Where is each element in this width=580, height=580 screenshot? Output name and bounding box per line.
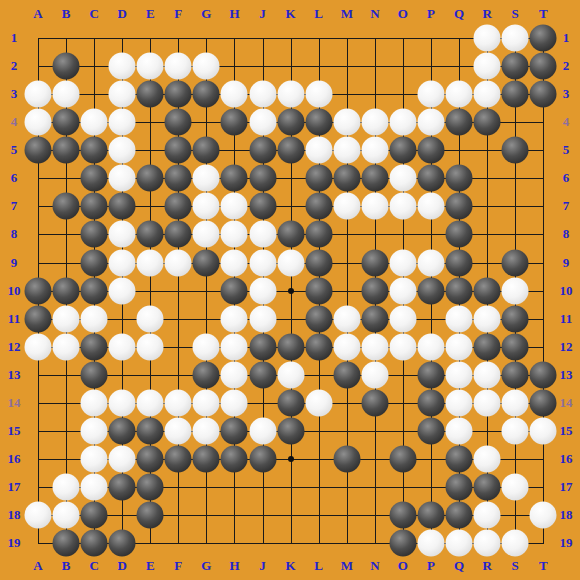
stone-white-G14[interactable]: [193, 389, 220, 416]
hoshi-point-K10: [288, 288, 294, 294]
row-label-right: 7: [563, 198, 570, 214]
row-label-left: 9: [11, 255, 18, 271]
row-label-left: 15: [8, 423, 21, 439]
stone-black-A5[interactable]: [25, 137, 52, 164]
stone-white-D3[interactable]: [109, 81, 136, 108]
stone-black-L9[interactable]: [305, 249, 332, 276]
stone-black-H4[interactable]: [221, 109, 248, 136]
stone-white-R2[interactable]: [474, 53, 501, 80]
stone-black-S3[interactable]: [502, 81, 529, 108]
stone-white-O11[interactable]: [389, 305, 416, 332]
column-label-top: D: [118, 6, 127, 22]
stone-white-P3[interactable]: [417, 81, 444, 108]
stone-black-B10[interactable]: [53, 277, 80, 304]
stone-white-C11[interactable]: [81, 305, 108, 332]
stone-black-J6[interactable]: [249, 165, 276, 192]
stone-white-C15[interactable]: [81, 417, 108, 444]
stone-black-S9[interactable]: [502, 249, 529, 276]
stone-white-S17[interactable]: [502, 474, 529, 501]
stone-black-D17[interactable]: [109, 474, 136, 501]
stone-white-S14[interactable]: [502, 389, 529, 416]
stone-black-F5[interactable]: [165, 137, 192, 164]
stone-white-R1[interactable]: [474, 25, 501, 52]
stone-black-L12[interactable]: [305, 333, 332, 360]
stone-black-Q7[interactable]: [446, 193, 473, 220]
stone-white-D2[interactable]: [109, 53, 136, 80]
row-label-right: 11: [560, 311, 572, 327]
column-label-top: O: [398, 6, 408, 22]
row-label-left: 8: [11, 226, 18, 242]
row-label-left: 6: [11, 170, 18, 186]
stone-white-H3[interactable]: [221, 81, 248, 108]
stone-white-B12[interactable]: [53, 333, 80, 360]
stone-white-F15[interactable]: [165, 417, 192, 444]
stone-white-T15[interactable]: [530, 417, 557, 444]
row-label-left: 19: [8, 535, 21, 551]
stone-white-P9[interactable]: [417, 249, 444, 276]
stone-black-P14[interactable]: [417, 389, 444, 416]
stone-white-H13[interactable]: [221, 361, 248, 388]
stone-black-H15[interactable]: [221, 417, 248, 444]
stone-black-E3[interactable]: [137, 81, 164, 108]
column-label-top: F: [174, 6, 182, 22]
stone-black-F7[interactable]: [165, 193, 192, 220]
stone-black-S12[interactable]: [502, 333, 529, 360]
stone-black-Q6[interactable]: [446, 165, 473, 192]
stone-black-F3[interactable]: [165, 81, 192, 108]
row-label-left: 11: [8, 311, 20, 327]
stone-black-A10[interactable]: [25, 277, 52, 304]
stone-black-G13[interactable]: [193, 361, 220, 388]
stone-white-D4[interactable]: [109, 109, 136, 136]
stone-white-O6[interactable]: [389, 165, 416, 192]
stone-black-B5[interactable]: [53, 137, 80, 164]
row-label-right: 12: [560, 339, 573, 355]
stone-white-B17[interactable]: [53, 474, 80, 501]
stone-black-A11[interactable]: [25, 305, 52, 332]
column-label-bottom: O: [398, 558, 408, 574]
stone-white-D5[interactable]: [109, 137, 136, 164]
stone-white-M4[interactable]: [333, 109, 360, 136]
stone-white-L5[interactable]: [305, 137, 332, 164]
stone-black-E8[interactable]: [137, 221, 164, 248]
row-label-left: 5: [11, 142, 18, 158]
stone-black-L4[interactable]: [305, 109, 332, 136]
stone-white-A4[interactable]: [25, 109, 52, 136]
stone-white-R19[interactable]: [474, 530, 501, 557]
stone-black-C10[interactable]: [81, 277, 108, 304]
stone-white-J15[interactable]: [249, 417, 276, 444]
row-label-right: 8: [563, 226, 570, 242]
stone-black-E6[interactable]: [137, 165, 164, 192]
stone-white-O4[interactable]: [389, 109, 416, 136]
stone-black-G9[interactable]: [193, 249, 220, 276]
stone-white-F14[interactable]: [165, 389, 192, 416]
stone-white-A3[interactable]: [25, 81, 52, 108]
stone-black-K8[interactable]: [277, 221, 304, 248]
stone-black-G5[interactable]: [193, 137, 220, 164]
stone-black-C7[interactable]: [81, 193, 108, 220]
stone-black-N9[interactable]: [361, 249, 388, 276]
stone-black-Q9[interactable]: [446, 249, 473, 276]
stone-white-D10[interactable]: [109, 277, 136, 304]
stone-white-Q15[interactable]: [446, 417, 473, 444]
stone-black-K12[interactable]: [277, 333, 304, 360]
stone-black-S11[interactable]: [502, 305, 529, 332]
stone-black-N10[interactable]: [361, 277, 388, 304]
stone-white-P12[interactable]: [417, 333, 444, 360]
column-label-bottom: G: [201, 558, 211, 574]
stone-black-P6[interactable]: [417, 165, 444, 192]
stone-white-N13[interactable]: [361, 361, 388, 388]
stone-black-O5[interactable]: [389, 137, 416, 164]
stone-black-O16[interactable]: [389, 446, 416, 473]
stone-black-P5[interactable]: [417, 137, 444, 164]
column-label-bottom: C: [89, 558, 98, 574]
stone-white-P4[interactable]: [417, 109, 444, 136]
row-label-left: 4: [11, 114, 18, 130]
stone-black-K4[interactable]: [277, 109, 304, 136]
column-label-top: C: [89, 6, 98, 22]
row-label-right: 5: [563, 142, 570, 158]
stone-black-N6[interactable]: [361, 165, 388, 192]
stone-black-L11[interactable]: [305, 305, 332, 332]
stone-black-E15[interactable]: [137, 417, 164, 444]
column-label-bottom: S: [512, 558, 519, 574]
stone-black-R10[interactable]: [474, 277, 501, 304]
stone-white-J4[interactable]: [249, 109, 276, 136]
stone-black-T14[interactable]: [530, 389, 557, 416]
stone-white-C17[interactable]: [81, 474, 108, 501]
stone-white-K9[interactable]: [277, 249, 304, 276]
stone-black-S13[interactable]: [502, 361, 529, 388]
stone-black-R12[interactable]: [474, 333, 501, 360]
column-label-top: P: [427, 6, 435, 22]
stone-black-H10[interactable]: [221, 277, 248, 304]
go-board: AABBCCDDEEFFGGHHJJKKLLMMNNOOPPQQRRSSTT11…: [0, 0, 580, 580]
stone-white-F2[interactable]: [165, 53, 192, 80]
stone-white-D9[interactable]: [109, 249, 136, 276]
stone-black-L7[interactable]: [305, 193, 332, 220]
stone-white-H9[interactable]: [221, 249, 248, 276]
stone-black-F8[interactable]: [165, 221, 192, 248]
stone-black-R17[interactable]: [474, 474, 501, 501]
stone-black-J5[interactable]: [249, 137, 276, 164]
row-label-left: 16: [8, 451, 21, 467]
stone-black-F4[interactable]: [165, 109, 192, 136]
stone-white-Q12[interactable]: [446, 333, 473, 360]
stone-white-J3[interactable]: [249, 81, 276, 108]
stone-white-Q11[interactable]: [446, 305, 473, 332]
row-label-right: 6: [563, 170, 570, 186]
column-label-bottom: K: [286, 558, 296, 574]
stone-black-M6[interactable]: [333, 165, 360, 192]
stone-white-D16[interactable]: [109, 446, 136, 473]
stone-black-N11[interactable]: [361, 305, 388, 332]
stone-black-S2[interactable]: [502, 53, 529, 80]
stone-black-B4[interactable]: [53, 109, 80, 136]
stone-black-F6[interactable]: [165, 165, 192, 192]
stone-black-T3[interactable]: [530, 81, 557, 108]
stone-white-O9[interactable]: [389, 249, 416, 276]
stone-black-D19[interactable]: [109, 530, 136, 557]
row-label-left: 2: [11, 58, 18, 74]
column-label-top: S: [512, 6, 519, 22]
stone-white-R11[interactable]: [474, 305, 501, 332]
stone-white-M11[interactable]: [333, 305, 360, 332]
stone-white-G15[interactable]: [193, 417, 220, 444]
stone-black-C6[interactable]: [81, 165, 108, 192]
stone-black-T2[interactable]: [530, 53, 557, 80]
stone-white-H14[interactable]: [221, 389, 248, 416]
stone-black-K5[interactable]: [277, 137, 304, 164]
stone-black-C5[interactable]: [81, 137, 108, 164]
column-label-bottom: H: [229, 558, 239, 574]
stone-white-Q19[interactable]: [446, 530, 473, 557]
stone-white-H7[interactable]: [221, 193, 248, 220]
stone-white-K13[interactable]: [277, 361, 304, 388]
stone-white-R13[interactable]: [474, 361, 501, 388]
row-label-left: 7: [11, 198, 18, 214]
column-label-top: M: [341, 6, 353, 22]
hoshi-point-K16: [288, 456, 294, 462]
stone-black-L6[interactable]: [305, 165, 332, 192]
stone-black-L10[interactable]: [305, 277, 332, 304]
stone-black-Q8[interactable]: [446, 221, 473, 248]
column-label-top: G: [201, 6, 211, 22]
stone-black-T1[interactable]: [530, 25, 557, 52]
column-label-top: H: [229, 6, 239, 22]
stone-white-G2[interactable]: [193, 53, 220, 80]
stone-white-B18[interactable]: [53, 502, 80, 529]
stone-white-R3[interactable]: [474, 81, 501, 108]
column-label-top: R: [482, 6, 491, 22]
row-label-left: 10: [8, 283, 21, 299]
stone-white-A18[interactable]: [25, 502, 52, 529]
stone-white-P7[interactable]: [417, 193, 444, 220]
stone-white-S1[interactable]: [502, 25, 529, 52]
column-label-bottom: B: [62, 558, 71, 574]
stone-white-F9[interactable]: [165, 249, 192, 276]
stone-black-P18[interactable]: [417, 502, 444, 529]
column-label-bottom: N: [370, 558, 379, 574]
stone-black-P13[interactable]: [417, 361, 444, 388]
stone-black-B2[interactable]: [53, 53, 80, 80]
column-label-top: Q: [454, 6, 464, 22]
stone-white-C14[interactable]: [81, 389, 108, 416]
stone-white-S15[interactable]: [502, 417, 529, 444]
stone-black-Q10[interactable]: [446, 277, 473, 304]
column-label-bottom: F: [174, 558, 182, 574]
stone-black-P10[interactable]: [417, 277, 444, 304]
stone-black-M16[interactable]: [333, 446, 360, 473]
row-label-right: 9: [563, 255, 570, 271]
column-label-bottom: E: [146, 558, 155, 574]
stone-black-J13[interactable]: [249, 361, 276, 388]
stone-white-O12[interactable]: [389, 333, 416, 360]
stone-white-T18[interactable]: [530, 502, 557, 529]
column-label-bottom: A: [33, 558, 42, 574]
stone-black-P15[interactable]: [417, 417, 444, 444]
row-label-right: 18: [560, 507, 573, 523]
column-label-top: N: [370, 6, 379, 22]
row-label-right: 15: [560, 423, 573, 439]
stone-white-M5[interactable]: [333, 137, 360, 164]
column-label-top: J: [259, 6, 266, 22]
stone-black-N14[interactable]: [361, 389, 388, 416]
stone-black-D15[interactable]: [109, 417, 136, 444]
column-label-bottom: M: [341, 558, 353, 574]
stone-white-N4[interactable]: [361, 109, 388, 136]
row-label-right: 2: [563, 58, 570, 74]
stone-white-H11[interactable]: [221, 305, 248, 332]
stone-black-M13[interactable]: [333, 361, 360, 388]
stone-white-M12[interactable]: [333, 333, 360, 360]
stone-black-F16[interactable]: [165, 446, 192, 473]
row-label-left: 1: [11, 30, 18, 46]
stone-white-G7[interactable]: [193, 193, 220, 220]
column-label-bottom: J: [259, 558, 266, 574]
stone-white-B3[interactable]: [53, 81, 80, 108]
stone-white-J11[interactable]: [249, 305, 276, 332]
stone-white-E14[interactable]: [137, 389, 164, 416]
row-label-left: 3: [11, 86, 18, 102]
column-label-bottom: T: [539, 558, 548, 574]
stone-black-R4[interactable]: [474, 109, 501, 136]
stone-black-H16[interactable]: [221, 446, 248, 473]
stone-white-J9[interactable]: [249, 249, 276, 276]
stone-black-B19[interactable]: [53, 530, 80, 557]
stone-white-S19[interactable]: [502, 530, 529, 557]
stone-white-H12[interactable]: [221, 333, 248, 360]
stone-white-C16[interactable]: [81, 446, 108, 473]
stone-white-D12[interactable]: [109, 333, 136, 360]
stone-black-J12[interactable]: [249, 333, 276, 360]
column-label-bottom: R: [482, 558, 491, 574]
stone-black-O18[interactable]: [389, 502, 416, 529]
stone-black-B7[interactable]: [53, 193, 80, 220]
row-label-right: 14: [560, 395, 573, 411]
stone-white-P19[interactable]: [417, 530, 444, 557]
column-label-top: B: [62, 6, 71, 22]
row-label-right: 10: [560, 283, 573, 299]
row-label-right: 16: [560, 451, 573, 467]
column-label-bottom: L: [314, 558, 323, 574]
stone-white-N12[interactable]: [361, 333, 388, 360]
column-label-top: T: [539, 6, 548, 22]
stone-white-C4[interactable]: [81, 109, 108, 136]
stone-white-A12[interactable]: [25, 333, 52, 360]
stone-black-J7[interactable]: [249, 193, 276, 220]
stone-black-C12[interactable]: [81, 333, 108, 360]
stone-black-Q17[interactable]: [446, 474, 473, 501]
stone-white-G6[interactable]: [193, 165, 220, 192]
row-label-left: 17: [8, 479, 21, 495]
stone-white-Q14[interactable]: [446, 389, 473, 416]
stone-white-M7[interactable]: [333, 193, 360, 220]
stone-white-N7[interactable]: [361, 193, 388, 220]
stone-white-D8[interactable]: [109, 221, 136, 248]
stone-white-E11[interactable]: [137, 305, 164, 332]
stone-white-Q3[interactable]: [446, 81, 473, 108]
stone-black-D7[interactable]: [109, 193, 136, 220]
stone-black-C18[interactable]: [81, 502, 108, 529]
row-label-right: 17: [560, 479, 573, 495]
stone-black-C9[interactable]: [81, 249, 108, 276]
stone-black-C13[interactable]: [81, 361, 108, 388]
column-label-bottom: Q: [454, 558, 464, 574]
stone-black-H6[interactable]: [221, 165, 248, 192]
stone-white-E2[interactable]: [137, 53, 164, 80]
stone-white-O10[interactable]: [389, 277, 416, 304]
column-label-top: A: [33, 6, 42, 22]
stone-white-J10[interactable]: [249, 277, 276, 304]
column-label-top: K: [286, 6, 296, 22]
row-label-left: 13: [8, 367, 21, 383]
stone-white-J8[interactable]: [249, 221, 276, 248]
column-label-bottom: D: [118, 558, 127, 574]
row-label-left: 18: [8, 507, 21, 523]
stone-black-C19[interactable]: [81, 530, 108, 557]
stone-white-N5[interactable]: [361, 137, 388, 164]
stone-white-O7[interactable]: [389, 193, 416, 220]
stone-black-J16[interactable]: [249, 446, 276, 473]
stone-white-D14[interactable]: [109, 389, 136, 416]
stone-black-G16[interactable]: [193, 446, 220, 473]
stone-white-E9[interactable]: [137, 249, 164, 276]
row-label-right: 4: [563, 114, 570, 130]
column-label-top: L: [314, 6, 323, 22]
stone-black-K14[interactable]: [277, 389, 304, 416]
stone-black-L8[interactable]: [305, 221, 332, 248]
grid-line-vertical: [543, 38, 544, 544]
stone-black-E16[interactable]: [137, 446, 164, 473]
stone-black-S5[interactable]: [502, 137, 529, 164]
stone-white-Q13[interactable]: [446, 361, 473, 388]
row-label-right: 19: [560, 535, 573, 551]
stone-white-R18[interactable]: [474, 502, 501, 529]
stone-black-Q18[interactable]: [446, 502, 473, 529]
stone-white-E12[interactable]: [137, 333, 164, 360]
stone-white-H8[interactable]: [221, 221, 248, 248]
stone-black-Q4[interactable]: [446, 109, 473, 136]
stone-white-L14[interactable]: [305, 389, 332, 416]
stone-black-K15[interactable]: [277, 417, 304, 444]
row-label-left: 12: [8, 339, 21, 355]
stone-white-S10[interactable]: [502, 277, 529, 304]
stone-white-R14[interactable]: [474, 389, 501, 416]
stone-white-L3[interactable]: [305, 81, 332, 108]
stone-black-O19[interactable]: [389, 530, 416, 557]
stone-white-D6[interactable]: [109, 165, 136, 192]
stone-white-R16[interactable]: [474, 446, 501, 473]
stone-black-G3[interactable]: [193, 81, 220, 108]
stone-black-C8[interactable]: [81, 221, 108, 248]
column-label-bottom: P: [427, 558, 435, 574]
stone-black-Q16[interactable]: [446, 446, 473, 473]
row-label-left: 14: [8, 395, 21, 411]
stone-white-K3[interactable]: [277, 81, 304, 108]
stone-black-E17[interactable]: [137, 474, 164, 501]
column-label-top: E: [146, 6, 155, 22]
stone-black-T13[interactable]: [530, 361, 557, 388]
row-label-right: 3: [563, 86, 570, 102]
row-label-right: 1: [563, 30, 570, 46]
stone-white-B11[interactable]: [53, 305, 80, 332]
stone-white-G8[interactable]: [193, 221, 220, 248]
stone-black-E18[interactable]: [137, 502, 164, 529]
stone-white-G12[interactable]: [193, 333, 220, 360]
